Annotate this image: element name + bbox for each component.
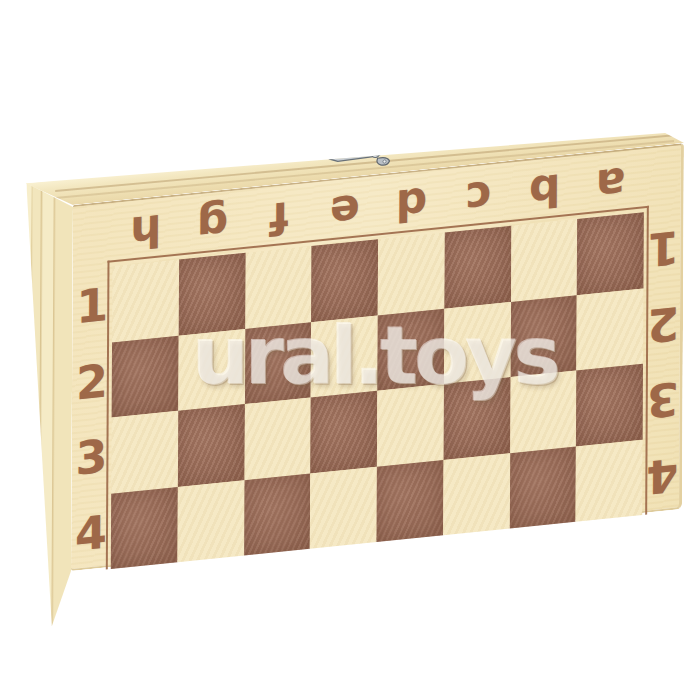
square-e4	[310, 466, 377, 548]
square-e2	[311, 315, 378, 397]
file-label-h: h	[113, 206, 180, 256]
rank-labels-right: 1234	[642, 208, 683, 515]
square-f1	[245, 246, 312, 328]
square-c1	[444, 226, 511, 308]
square-f4	[244, 473, 311, 555]
square-h2	[112, 335, 179, 417]
square-c4	[443, 453, 510, 535]
square-a3	[576, 364, 643, 446]
square-c2	[444, 301, 511, 383]
file-label-c: c	[445, 172, 512, 222]
board-grid	[111, 212, 644, 569]
square-d2	[377, 308, 444, 390]
square-b2	[510, 295, 577, 377]
square-b3	[510, 370, 577, 452]
square-e3	[310, 391, 377, 473]
file-label-a: a	[577, 159, 644, 209]
chess-box: hgfedcba 1234 1234	[71, 143, 684, 571]
square-a2	[577, 288, 644, 370]
square-h3	[111, 411, 178, 493]
square-h1	[112, 260, 179, 342]
square-d1	[378, 233, 445, 315]
rank-label-left-2: 2	[72, 342, 112, 422]
file-label-e: e	[312, 186, 379, 236]
file-label-g: g	[179, 199, 246, 249]
rank-label-left-4: 4	[71, 493, 111, 573]
square-f3	[244, 397, 311, 479]
square-g1	[178, 253, 245, 335]
file-label-b: b	[511, 166, 578, 216]
square-a4	[576, 439, 643, 521]
rank-label-left-1: 1	[72, 266, 112, 346]
square-g4	[177, 480, 244, 562]
rank-label-left-3: 3	[71, 418, 111, 498]
square-g3	[178, 404, 245, 486]
file-label-d: d	[378, 179, 445, 229]
rank-label-right-1: 1	[643, 208, 683, 288]
square-f2	[244, 322, 311, 404]
product-image: hgfedcba 1234 1234 ural.toys	[0, 0, 700, 700]
square-b4	[509, 446, 576, 528]
box-left-edge	[23, 177, 73, 629]
file-label-f: f	[245, 193, 312, 243]
rank-labels-left: 1234	[71, 266, 112, 573]
square-a1	[577, 212, 644, 294]
square-c3	[443, 377, 510, 459]
rank-label-right-4: 4	[642, 435, 682, 515]
rank-label-right-2: 2	[643, 284, 683, 364]
square-d3	[377, 384, 444, 466]
rank-label-right-3: 3	[643, 360, 683, 440]
square-e1	[311, 239, 378, 321]
board-face: hgfedcba 1234 1234	[71, 143, 684, 571]
square-h4	[111, 487, 178, 569]
square-b1	[511, 219, 578, 301]
square-g2	[178, 328, 245, 410]
square-d4	[376, 460, 443, 542]
